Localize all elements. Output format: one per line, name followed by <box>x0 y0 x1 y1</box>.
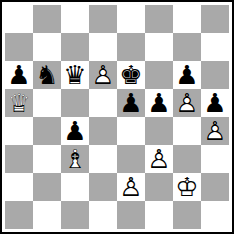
square-f4[interactable] <box>145 117 173 145</box>
square-f8[interactable] <box>145 5 173 33</box>
black-pawn-piece: ♟ <box>173 61 201 89</box>
square-d8[interactable] <box>89 5 117 33</box>
square-a5[interactable]: ♛♕ <box>5 89 33 117</box>
black-pawn-piece: ♟ <box>201 89 229 117</box>
square-d7[interactable] <box>89 33 117 61</box>
square-b6[interactable]: ♞ <box>33 61 61 89</box>
piece-outline-layer: ♙ <box>201 117 229 145</box>
square-b2[interactable] <box>33 173 61 201</box>
square-f3[interactable]: ♟♙ <box>145 145 173 173</box>
square-h3[interactable] <box>201 145 229 173</box>
square-c7[interactable] <box>61 33 89 61</box>
square-g4[interactable] <box>173 117 201 145</box>
square-a8[interactable] <box>5 5 33 33</box>
square-d5[interactable] <box>89 89 117 117</box>
square-d4[interactable] <box>89 117 117 145</box>
square-e4[interactable] <box>117 117 145 145</box>
square-a6[interactable]: ♟ <box>5 61 33 89</box>
square-g8[interactable] <box>173 5 201 33</box>
black-king-piece: ♚ <box>117 61 145 89</box>
square-g5[interactable]: ♟♙ <box>173 89 201 117</box>
piece-outline-layer: ♕ <box>5 89 33 117</box>
black-queen-piece: ♛ <box>61 61 89 89</box>
square-d6[interactable]: ♟♙ <box>89 61 117 89</box>
square-h5[interactable]: ♟ <box>201 89 229 117</box>
square-g3[interactable] <box>173 145 201 173</box>
black-pawn-piece: ♟ <box>145 89 173 117</box>
square-g7[interactable] <box>173 33 201 61</box>
square-c5[interactable] <box>61 89 89 117</box>
white-pawn-piece: ♟♙ <box>117 173 145 201</box>
square-e5[interactable]: ♟ <box>117 89 145 117</box>
white-pawn-piece: ♟♙ <box>173 89 201 117</box>
square-c3[interactable]: ♝♗ <box>61 145 89 173</box>
square-a3[interactable] <box>5 145 33 173</box>
square-h8[interactable] <box>201 5 229 33</box>
square-f2[interactable] <box>145 173 173 201</box>
square-c4[interactable]: ♟ <box>61 117 89 145</box>
piece-outline-layer: ♗ <box>61 145 89 173</box>
square-g2[interactable]: ♚♔ <box>173 173 201 201</box>
piece-outline-layer: ♙ <box>117 173 145 201</box>
white-pawn-piece: ♟♙ <box>145 145 173 173</box>
white-king-piece: ♚♔ <box>173 173 201 201</box>
square-a2[interactable] <box>5 173 33 201</box>
chess-board: ♟♞♛♟♙♚♟♛♕♟♟♟♙♟♟♟♙♝♗♟♙♟♙♚♔ <box>5 5 229 229</box>
piece-outline-layer: ♔ <box>173 173 201 201</box>
square-h7[interactable] <box>201 33 229 61</box>
square-h2[interactable] <box>201 173 229 201</box>
square-e2[interactable]: ♟♙ <box>117 173 145 201</box>
piece-outline-layer: ♙ <box>89 61 117 89</box>
black-pawn-piece: ♟ <box>117 89 145 117</box>
black-knight-piece: ♞ <box>33 61 61 89</box>
black-pawn-piece: ♟ <box>5 61 33 89</box>
square-f6[interactable] <box>145 61 173 89</box>
square-d3[interactable] <box>89 145 117 173</box>
piece-outline-layer: ♙ <box>173 89 201 117</box>
square-e7[interactable] <box>117 33 145 61</box>
square-h1[interactable] <box>201 201 229 229</box>
square-c2[interactable] <box>61 173 89 201</box>
square-d2[interactable] <box>89 173 117 201</box>
square-h6[interactable] <box>201 61 229 89</box>
white-pawn-piece: ♟♙ <box>89 61 117 89</box>
square-b1[interactable] <box>33 201 61 229</box>
square-b7[interactable] <box>33 33 61 61</box>
square-a7[interactable] <box>5 33 33 61</box>
square-f7[interactable] <box>145 33 173 61</box>
square-c6[interactable]: ♛ <box>61 61 89 89</box>
square-b4[interactable] <box>33 117 61 145</box>
white-pawn-piece: ♟♙ <box>201 117 229 145</box>
square-e1[interactable] <box>117 201 145 229</box>
square-f5[interactable]: ♟ <box>145 89 173 117</box>
board-frame: ♟♞♛♟♙♚♟♛♕♟♟♟♙♟♟♟♙♝♗♟♙♟♙♚♔ <box>0 0 234 234</box>
square-b3[interactable] <box>33 145 61 173</box>
piece-outline-layer: ♙ <box>145 145 173 173</box>
black-pawn-piece: ♟ <box>61 117 89 145</box>
square-c8[interactable] <box>61 5 89 33</box>
square-e3[interactable] <box>117 145 145 173</box>
square-a1[interactable] <box>5 201 33 229</box>
white-queen-piece: ♛♕ <box>5 89 33 117</box>
square-b8[interactable] <box>33 5 61 33</box>
square-e8[interactable] <box>117 5 145 33</box>
square-g6[interactable]: ♟ <box>173 61 201 89</box>
white-bishop-piece: ♝♗ <box>61 145 89 173</box>
square-h4[interactable]: ♟♙ <box>201 117 229 145</box>
square-e6[interactable]: ♚ <box>117 61 145 89</box>
square-c1[interactable] <box>61 201 89 229</box>
square-g1[interactable] <box>173 201 201 229</box>
square-f1[interactable] <box>145 201 173 229</box>
square-b5[interactable] <box>33 89 61 117</box>
square-a4[interactable] <box>5 117 33 145</box>
square-d1[interactable] <box>89 201 117 229</box>
